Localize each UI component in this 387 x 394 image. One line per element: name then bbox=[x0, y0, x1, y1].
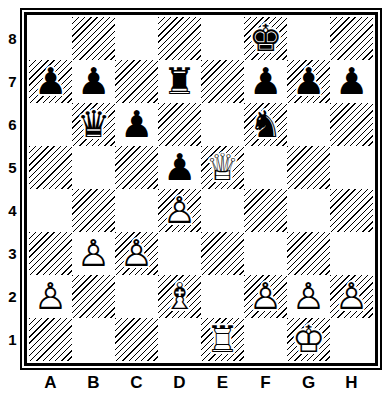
file-labels: ABCDEFGH bbox=[29, 373, 387, 393]
square-f5[interactable] bbox=[244, 146, 287, 189]
white-queen-icon: ♕ bbox=[201, 146, 244, 189]
white-bishop-icon: ♗ bbox=[158, 275, 201, 318]
square-g1[interactable]: ♚♔ bbox=[287, 318, 330, 361]
piece-black-king: ♚♚ bbox=[244, 17, 287, 60]
square-e1[interactable]: ♜♖ bbox=[201, 318, 244, 361]
rank-label-5: 5 bbox=[5, 146, 20, 189]
square-c3[interactable]: ♟♙ bbox=[115, 232, 158, 275]
square-c8[interactable] bbox=[115, 17, 158, 60]
square-b3[interactable]: ♟♙ bbox=[72, 232, 115, 275]
black-pawn-icon: ♟ bbox=[115, 103, 158, 146]
file-label-E: E bbox=[201, 373, 244, 393]
square-b2[interactable] bbox=[72, 275, 115, 318]
square-c1[interactable] bbox=[115, 318, 158, 361]
piece-black-knight: ♞♞ bbox=[244, 103, 287, 146]
piece-black-pawn: ♟♟ bbox=[244, 60, 287, 103]
square-c7[interactable] bbox=[115, 60, 158, 103]
black-pawn-icon: ♟ bbox=[29, 60, 72, 103]
square-f1[interactable] bbox=[244, 318, 287, 361]
rank-label-6: 6 bbox=[5, 103, 20, 146]
file-label-A: A bbox=[29, 373, 72, 393]
piece-white-pawn: ♟♙ bbox=[72, 232, 115, 275]
square-d2[interactable]: ♝♗ bbox=[158, 275, 201, 318]
piece-white-pawn: ♟♙ bbox=[115, 232, 158, 275]
white-king-icon: ♔ bbox=[287, 318, 330, 361]
board-frame: ♚♚♟♟♟♟♜♜♟♟♟♟♟♟♛♛♟♟♞♞♟♟♛♕♟♙♟♙♟♙♟♙♝♗♟♙♟♙♟♙… bbox=[24, 12, 378, 366]
square-f4[interactable] bbox=[244, 189, 287, 232]
piece-white-bishop: ♝♗ bbox=[158, 275, 201, 318]
black-pawn-icon: ♟ bbox=[244, 60, 287, 103]
white-pawn-icon: ♙ bbox=[287, 275, 330, 318]
white-pawn-icon: ♙ bbox=[244, 275, 287, 318]
piece-black-pawn: ♟♟ bbox=[287, 60, 330, 103]
rank-label-8: 8 bbox=[5, 17, 20, 60]
black-pawn-icon: ♟ bbox=[330, 60, 373, 103]
square-d6[interactable] bbox=[158, 103, 201, 146]
square-d3[interactable] bbox=[158, 232, 201, 275]
square-f2[interactable]: ♟♙ bbox=[244, 275, 287, 318]
piece-white-queen: ♛♕ bbox=[201, 146, 244, 189]
square-h5[interactable] bbox=[330, 146, 373, 189]
file-label-H: H bbox=[330, 373, 373, 393]
piece-white-pawn: ♟♙ bbox=[244, 275, 287, 318]
square-a5[interactable] bbox=[29, 146, 72, 189]
rank-label-7: 7 bbox=[5, 60, 20, 103]
square-h2[interactable]: ♟♙ bbox=[330, 275, 373, 318]
rank-label-1: 1 bbox=[5, 318, 20, 361]
file-label-B: B bbox=[72, 373, 115, 393]
white-pawn-icon: ♙ bbox=[158, 189, 201, 232]
square-e3[interactable] bbox=[201, 232, 244, 275]
square-h7[interactable]: ♟♟ bbox=[330, 60, 373, 103]
black-pawn-icon: ♟ bbox=[287, 60, 330, 103]
rank-labels: 87654321 bbox=[5, 8, 20, 361]
square-g4[interactable] bbox=[287, 189, 330, 232]
square-e8[interactable] bbox=[201, 17, 244, 60]
square-g2[interactable]: ♟♙ bbox=[287, 275, 330, 318]
piece-black-queen: ♛♛ bbox=[72, 103, 115, 146]
file-label-F: F bbox=[244, 373, 287, 393]
piece-black-rook: ♜♜ bbox=[158, 60, 201, 103]
square-g3[interactable] bbox=[287, 232, 330, 275]
square-e4[interactable] bbox=[201, 189, 244, 232]
white-rook-icon: ♖ bbox=[201, 318, 244, 361]
square-a1[interactable] bbox=[29, 318, 72, 361]
square-h8[interactable] bbox=[330, 17, 373, 60]
square-e5[interactable]: ♛♕ bbox=[201, 146, 244, 189]
black-knight-icon: ♞ bbox=[244, 103, 287, 146]
square-a3[interactable] bbox=[29, 232, 72, 275]
square-a4[interactable] bbox=[29, 189, 72, 232]
piece-black-pawn: ♟♟ bbox=[330, 60, 373, 103]
square-f7[interactable]: ♟♟ bbox=[244, 60, 287, 103]
piece-white-rook: ♜♖ bbox=[201, 318, 244, 361]
square-f8[interactable]: ♚♚ bbox=[244, 17, 287, 60]
square-b6[interactable]: ♛♛ bbox=[72, 103, 115, 146]
square-f6[interactable]: ♞♞ bbox=[244, 103, 287, 146]
piece-white-pawn: ♟♙ bbox=[29, 275, 72, 318]
square-c6[interactable]: ♟♟ bbox=[115, 103, 158, 146]
black-queen-icon: ♛ bbox=[72, 103, 115, 146]
square-d7[interactable]: ♜♜ bbox=[158, 60, 201, 103]
square-b1[interactable] bbox=[72, 318, 115, 361]
white-pawn-icon: ♙ bbox=[115, 232, 158, 275]
square-g8[interactable] bbox=[287, 17, 330, 60]
file-label-D: D bbox=[158, 373, 201, 393]
square-h3[interactable] bbox=[330, 232, 373, 275]
file-label-G: G bbox=[287, 373, 330, 393]
piece-black-pawn: ♟♟ bbox=[72, 60, 115, 103]
board: ♚♚♟♟♟♟♜♜♟♟♟♟♟♟♛♛♟♟♞♞♟♟♛♕♟♙♟♙♟♙♟♙♝♗♟♙♟♙♟♙… bbox=[29, 17, 373, 361]
white-pawn-icon: ♙ bbox=[29, 275, 72, 318]
square-g5[interactable] bbox=[287, 146, 330, 189]
rank-label-2: 2 bbox=[5, 275, 20, 318]
square-g6[interactable] bbox=[287, 103, 330, 146]
square-e7[interactable] bbox=[201, 60, 244, 103]
piece-white-pawn: ♟♙ bbox=[158, 189, 201, 232]
square-f3[interactable] bbox=[244, 232, 287, 275]
chess-diagram: 87654321 ♚♚♟♟♟♟♜♜♟♟♟♟♟♟♛♛♟♟♞♞♟♟♛♕♟♙♟♙♟♙♟… bbox=[0, 0, 387, 393]
black-king-icon: ♚ bbox=[244, 17, 287, 60]
square-b4[interactable] bbox=[72, 189, 115, 232]
square-d1[interactable] bbox=[158, 318, 201, 361]
square-c4[interactable] bbox=[115, 189, 158, 232]
piece-white-pawn: ♟♙ bbox=[287, 275, 330, 318]
piece-white-king: ♚♔ bbox=[287, 318, 330, 361]
white-pawn-icon: ♙ bbox=[330, 275, 373, 318]
square-b5[interactable] bbox=[72, 146, 115, 189]
black-pawn-icon: ♟ bbox=[72, 60, 115, 103]
piece-black-pawn: ♟♟ bbox=[158, 146, 201, 189]
square-d5[interactable]: ♟♟ bbox=[158, 146, 201, 189]
black-pawn-icon: ♟ bbox=[158, 146, 201, 189]
piece-white-pawn: ♟♙ bbox=[330, 275, 373, 318]
file-label-C: C bbox=[115, 373, 158, 393]
square-a2[interactable]: ♟♙ bbox=[29, 275, 72, 318]
piece-black-pawn: ♟♟ bbox=[29, 60, 72, 103]
square-e6[interactable] bbox=[201, 103, 244, 146]
square-e2[interactable] bbox=[201, 275, 244, 318]
white-pawn-icon: ♙ bbox=[72, 232, 115, 275]
rank-label-4: 4 bbox=[5, 189, 20, 232]
square-b7[interactable]: ♟♟ bbox=[72, 60, 115, 103]
square-d4[interactable]: ♟♙ bbox=[158, 189, 201, 232]
square-h6[interactable] bbox=[330, 103, 373, 146]
square-h4[interactable] bbox=[330, 189, 373, 232]
square-d8[interactable] bbox=[158, 17, 201, 60]
square-a8[interactable] bbox=[29, 17, 72, 60]
square-c5[interactable] bbox=[115, 146, 158, 189]
square-c2[interactable] bbox=[115, 275, 158, 318]
black-rook-icon: ♜ bbox=[158, 60, 201, 103]
piece-black-pawn: ♟♟ bbox=[115, 103, 158, 146]
square-h1[interactable] bbox=[330, 318, 373, 361]
square-g7[interactable]: ♟♟ bbox=[287, 60, 330, 103]
square-a7[interactable]: ♟♟ bbox=[29, 60, 72, 103]
rank-label-3: 3 bbox=[5, 232, 20, 275]
square-a6[interactable] bbox=[29, 103, 72, 146]
square-b8[interactable] bbox=[72, 17, 115, 60]
